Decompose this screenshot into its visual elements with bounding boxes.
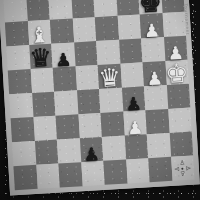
square-e5[interactable]: ♛ <box>98 64 122 89</box>
chess-board: ♚♝♟♛♟♟♛♟♚♟♟♟♙♙♙♙ Tournament <box>0 0 200 195</box>
square-c8[interactable] <box>48 0 72 20</box>
square-f4[interactable]: ♟ <box>121 86 145 111</box>
square-d3[interactable] <box>78 113 102 138</box>
square-b1[interactable] <box>36 164 60 189</box>
square-c3[interactable] <box>56 114 80 139</box>
square-a4[interactable] <box>9 93 33 118</box>
square-b2[interactable] <box>34 140 58 165</box>
piece-black-pawn-f4[interactable]: ♟ <box>125 95 142 114</box>
piece-white-queen-e5[interactable]: ♛ <box>98 65 122 91</box>
piece-black-king-g8[interactable]: ♚ <box>138 0 163 16</box>
piece-black-pawn-c6[interactable]: ♟ <box>55 51 72 70</box>
square-d5[interactable] <box>75 65 99 90</box>
square-g8[interactable]: ♚ <box>138 0 162 14</box>
square-f1[interactable] <box>126 158 150 183</box>
square-e2[interactable] <box>102 136 126 161</box>
square-g5[interactable]: ♟ <box>142 61 166 86</box>
square-b4[interactable] <box>32 92 56 117</box>
square-e7[interactable] <box>95 16 119 41</box>
square-e8[interactable] <box>93 0 117 17</box>
square-b3[interactable] <box>33 116 57 141</box>
board-edge-text: Tournament <box>184 4 191 36</box>
square-d2[interactable]: ♟ <box>79 137 103 162</box>
piece-black-pawn-d2[interactable]: ♟ <box>83 145 100 164</box>
square-f8[interactable] <box>116 0 140 16</box>
square-c1[interactable] <box>58 162 82 187</box>
square-g3[interactable] <box>145 109 169 134</box>
square-d7[interactable] <box>72 17 96 42</box>
square-f7[interactable] <box>117 14 141 39</box>
square-e1[interactable] <box>103 160 127 185</box>
square-e3[interactable] <box>100 112 124 137</box>
square-a3[interactable] <box>11 117 35 142</box>
piece-white-pawn-f3[interactable]: ♟ <box>127 118 144 137</box>
square-f6[interactable] <box>119 38 143 63</box>
square-c4[interactable] <box>54 90 78 115</box>
square-h3[interactable] <box>168 108 192 133</box>
square-a2[interactable] <box>12 141 36 166</box>
square-c6[interactable]: ♟ <box>51 42 75 67</box>
square-h1[interactable]: ♙♙♙♙ <box>171 156 195 181</box>
square-e6[interactable] <box>96 40 120 65</box>
square-a7[interactable] <box>5 21 29 46</box>
board-grid: ♚♝♟♛♟♟♛♟♚♟♟♟♙♙♙♙ <box>3 0 194 190</box>
square-a5[interactable] <box>8 69 32 94</box>
piece-white-pawn-g7[interactable]: ♟ <box>143 21 160 40</box>
square-a1[interactable] <box>13 165 37 190</box>
square-d4[interactable] <box>77 89 101 114</box>
square-h2[interactable] <box>169 132 193 157</box>
maker-logo-icon: ♙♙♙♙ <box>175 160 191 176</box>
square-a8[interactable] <box>3 0 27 22</box>
piece-white-pawn-g5[interactable]: ♟ <box>146 69 163 88</box>
square-b6[interactable]: ♛ <box>29 44 53 69</box>
square-c7[interactable] <box>50 18 74 43</box>
square-g2[interactable] <box>147 133 171 158</box>
square-c2[interactable] <box>57 138 81 163</box>
piece-white-king-h5[interactable]: ♚ <box>165 60 190 87</box>
square-d8[interactable] <box>71 0 95 18</box>
photo-frame: ♚♝♟♛♟♟♛♟♚♟♟♟♙♙♙♙ Tournament <box>0 0 200 200</box>
square-b8[interactable] <box>26 0 50 21</box>
square-a6[interactable] <box>6 45 30 70</box>
piece-black-queen-b6[interactable]: ♛ <box>29 45 53 71</box>
square-d6[interactable] <box>74 41 98 66</box>
square-g1[interactable] <box>148 157 172 182</box>
square-b7[interactable]: ♝ <box>27 20 51 45</box>
square-f5[interactable] <box>120 62 144 87</box>
square-h7[interactable] <box>162 12 186 37</box>
square-h5[interactable]: ♚ <box>165 60 189 85</box>
